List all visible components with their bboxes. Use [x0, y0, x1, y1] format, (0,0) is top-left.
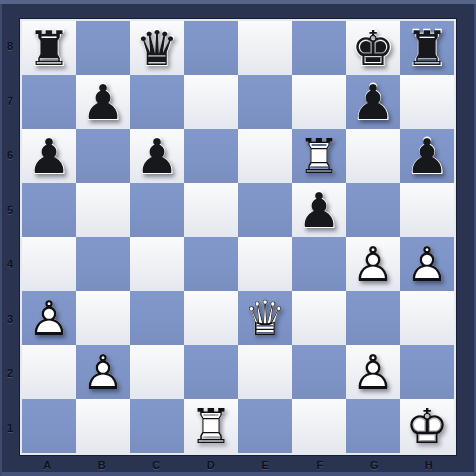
white-pawn[interactable]: ♟♙: [400, 237, 454, 291]
piece-glyph: ♛: [130, 21, 184, 75]
black-pawn[interactable]: ♟♟: [76, 75, 130, 129]
white-pawn[interactable]: ♟♙: [22, 291, 76, 345]
square-d5[interactable]: [184, 183, 238, 237]
rank-label-1: 1: [0, 401, 20, 456]
board-frame: 87654321 ♜♜♛♛♚♚♜♜♟♟♟♟♟♟♟♟♜♖♟♟♟♟♟♙♟♙♟♙♛♕♟…: [0, 0, 476, 476]
rank-label-8: 8: [0, 19, 20, 74]
square-e8[interactable]: [238, 21, 292, 75]
square-g4[interactable]: ♟♙: [346, 237, 400, 291]
square-g8[interactable]: ♚♚: [346, 21, 400, 75]
square-d4[interactable]: [184, 237, 238, 291]
square-c6[interactable]: ♟♟: [130, 129, 184, 183]
file-labels: ABCDEFGH: [20, 455, 456, 474]
square-d8[interactable]: [184, 21, 238, 75]
file-label-g: G: [347, 455, 402, 474]
piece-glyph: ♙: [346, 237, 400, 291]
square-c4[interactable]: [130, 237, 184, 291]
piece-glyph: ♙: [346, 345, 400, 399]
square-f5[interactable]: ♟♟: [292, 183, 346, 237]
square-c7[interactable]: [130, 75, 184, 129]
piece-glyph: ♙: [400, 237, 454, 291]
piece-glyph: ♖: [292, 129, 346, 183]
square-a1[interactable]: [22, 399, 76, 453]
square-g2[interactable]: ♟♙: [346, 345, 400, 399]
white-queen[interactable]: ♛♕: [238, 291, 292, 345]
white-pawn[interactable]: ♟♙: [346, 237, 400, 291]
white-rook[interactable]: ♜♖: [184, 399, 238, 453]
square-b1[interactable]: [76, 399, 130, 453]
rank-label-7: 7: [0, 74, 20, 129]
square-a4[interactable]: [22, 237, 76, 291]
piece-glyph: ♕: [238, 291, 292, 345]
square-b7[interactable]: ♟♟: [76, 75, 130, 129]
square-g1[interactable]: [346, 399, 400, 453]
square-f8[interactable]: [292, 21, 346, 75]
square-h8[interactable]: ♜♜: [400, 21, 454, 75]
file-label-d: D: [184, 455, 239, 474]
file-label-c: C: [129, 455, 184, 474]
black-queen[interactable]: ♛♛: [130, 21, 184, 75]
square-g6[interactable]: [346, 129, 400, 183]
black-pawn[interactable]: ♟♟: [292, 183, 346, 237]
square-d7[interactable]: [184, 75, 238, 129]
square-d2[interactable]: [184, 345, 238, 399]
square-a2[interactable]: [22, 345, 76, 399]
black-rook[interactable]: ♜♜: [400, 21, 454, 75]
square-h7[interactable]: [400, 75, 454, 129]
square-e5[interactable]: [238, 183, 292, 237]
piece-glyph: ♔: [400, 399, 454, 453]
square-f2[interactable]: [292, 345, 346, 399]
file-label-a: A: [20, 455, 75, 474]
square-f1[interactable]: [292, 399, 346, 453]
square-e2[interactable]: [238, 345, 292, 399]
chess-board[interactable]: ♜♜♛♛♚♚♜♜♟♟♟♟♟♟♟♟♜♖♟♟♟♟♟♙♟♙♟♙♛♕♟♙♟♙♜♖♚♔: [20, 19, 456, 455]
black-pawn[interactable]: ♟♟: [22, 129, 76, 183]
white-pawn[interactable]: ♟♙: [346, 345, 400, 399]
square-b3[interactable]: [76, 291, 130, 345]
square-f6[interactable]: ♜♖: [292, 129, 346, 183]
square-c2[interactable]: [130, 345, 184, 399]
piece-glyph: ♚: [346, 21, 400, 75]
file-label-e: E: [238, 455, 293, 474]
square-g3[interactable]: [346, 291, 400, 345]
piece-glyph: ♟: [292, 183, 346, 237]
piece-glyph: ♖: [184, 399, 238, 453]
square-d6[interactable]: [184, 129, 238, 183]
square-c5[interactable]: [130, 183, 184, 237]
square-g5[interactable]: [346, 183, 400, 237]
black-pawn[interactable]: ♟♟: [400, 129, 454, 183]
square-b2[interactable]: ♟♙: [76, 345, 130, 399]
square-e4[interactable]: [238, 237, 292, 291]
rank-label-2: 2: [0, 346, 20, 401]
square-g7[interactable]: ♟♟: [346, 75, 400, 129]
black-king[interactable]: ♚♚: [346, 21, 400, 75]
black-pawn[interactable]: ♟♟: [346, 75, 400, 129]
square-c8[interactable]: ♛♛: [130, 21, 184, 75]
square-a6[interactable]: ♟♟: [22, 129, 76, 183]
white-pawn[interactable]: ♟♙: [76, 345, 130, 399]
square-h3[interactable]: [400, 291, 454, 345]
white-rook[interactable]: ♜♖: [292, 129, 346, 183]
square-e6[interactable]: [238, 129, 292, 183]
square-b8[interactable]: [76, 21, 130, 75]
square-b4[interactable]: [76, 237, 130, 291]
piece-glyph: ♜: [400, 21, 454, 75]
piece-glyph: ♜: [22, 21, 76, 75]
square-f4[interactable]: [292, 237, 346, 291]
square-f3[interactable]: [292, 291, 346, 345]
piece-glyph: ♟: [346, 75, 400, 129]
square-d3[interactable]: [184, 291, 238, 345]
square-h1[interactable]: ♚♔: [400, 399, 454, 453]
piece-glyph: ♟: [130, 129, 184, 183]
black-rook[interactable]: ♜♜: [22, 21, 76, 75]
square-h2[interactable]: [400, 345, 454, 399]
rank-label-6: 6: [0, 128, 20, 183]
square-h5[interactable]: [400, 183, 454, 237]
square-e7[interactable]: [238, 75, 292, 129]
piece-glyph: ♟: [400, 129, 454, 183]
square-b5[interactable]: [76, 183, 130, 237]
square-a3[interactable]: ♟♙: [22, 291, 76, 345]
piece-glyph: ♙: [76, 345, 130, 399]
square-e1[interactable]: [238, 399, 292, 453]
file-label-h: H: [402, 455, 457, 474]
file-label-f: F: [293, 455, 348, 474]
square-a8[interactable]: ♜♜: [22, 21, 76, 75]
white-king[interactable]: ♚♔: [400, 399, 454, 453]
square-f7[interactable]: [292, 75, 346, 129]
square-c1[interactable]: [130, 399, 184, 453]
square-b6[interactable]: [76, 129, 130, 183]
black-pawn[interactable]: ♟♟: [130, 129, 184, 183]
piece-glyph: ♙: [22, 291, 76, 345]
square-h4[interactable]: ♟♙: [400, 237, 454, 291]
file-label-b: B: [75, 455, 130, 474]
square-a7[interactable]: [22, 75, 76, 129]
rank-label-5: 5: [0, 183, 20, 238]
square-a5[interactable]: [22, 183, 76, 237]
square-h6[interactable]: ♟♟: [400, 129, 454, 183]
rank-label-3: 3: [0, 292, 20, 347]
square-c3[interactable]: [130, 291, 184, 345]
square-e3[interactable]: ♛♕: [238, 291, 292, 345]
piece-glyph: ♟: [22, 129, 76, 183]
square-d1[interactable]: ♜♖: [184, 399, 238, 453]
piece-glyph: ♟: [76, 75, 130, 129]
rank-labels: 87654321: [0, 19, 20, 455]
rank-label-4: 4: [0, 237, 20, 292]
